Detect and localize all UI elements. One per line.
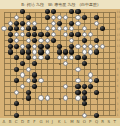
game-info-header: B: 柯洁 九段W: 唐韦星 九段(白中盘胜) [0, 0, 120, 9]
hoshi-point [59, 63, 61, 65]
hoshi-point [22, 98, 24, 100]
column-letter-label: G [40, 119, 43, 125]
black-stone [75, 90, 80, 95]
black-stone [8, 26, 13, 31]
column-letter-label: N [77, 119, 80, 125]
white-stone [75, 95, 80, 100]
black-stone [8, 44, 13, 49]
white-stone [26, 38, 31, 43]
black-stone [32, 72, 37, 77]
black-stone [14, 55, 19, 60]
row-number-label: 15 [117, 33, 121, 37]
white-stone [26, 67, 31, 72]
white-stone [38, 95, 43, 100]
row-number-label: 6 [117, 84, 119, 88]
white-stone [88, 78, 93, 83]
white-stone [20, 26, 25, 31]
white-stone [94, 21, 99, 26]
row-number-label: 12 [117, 50, 121, 54]
column-letter-label: O [83, 119, 86, 125]
white-player-info: W: 唐韦星 九段 [48, 2, 76, 7]
white-stone [14, 90, 19, 95]
white-stone [20, 32, 25, 37]
white-stone [51, 15, 56, 20]
white-stone [51, 26, 56, 31]
black-stone [82, 101, 87, 106]
black-stone [69, 21, 74, 26]
white-stone [63, 26, 68, 31]
black-stone [82, 90, 87, 95]
black-stone [32, 26, 37, 31]
white-stone [63, 55, 68, 60]
black-stone [8, 38, 13, 43]
white-stone [100, 44, 105, 49]
black-stone [69, 49, 74, 54]
black-stone [75, 32, 80, 37]
row-number-label: 8 [117, 73, 119, 77]
black-stone [82, 15, 87, 20]
row-number-label: 17 [117, 21, 121, 25]
white-stone [75, 67, 80, 72]
black-stone [75, 9, 80, 14]
column-letter-label: K [58, 119, 61, 125]
grid-line-horizontal [4, 40, 116, 41]
hoshi-point [96, 63, 98, 65]
white-stone [69, 55, 74, 60]
black-stone [14, 44, 19, 49]
white-stone [8, 21, 13, 26]
white-stone [26, 78, 31, 83]
white-stone [69, 38, 74, 43]
white-stone [82, 49, 87, 54]
black-stone [82, 61, 87, 66]
white-stone [51, 32, 56, 37]
white-stone [75, 44, 80, 49]
black-stone [94, 38, 99, 43]
black-stone [14, 26, 19, 31]
black-stone [26, 15, 31, 20]
white-stone [32, 55, 37, 60]
black-stone [51, 9, 56, 14]
row-number-label: 14 [117, 38, 121, 42]
white-stone [57, 15, 62, 20]
black-stone [94, 90, 99, 95]
black-stone [26, 44, 31, 49]
black-stone [88, 84, 93, 89]
black-stone [63, 49, 68, 54]
grid-line-horizontal [4, 69, 116, 70]
black-stone [8, 32, 13, 37]
black-stone [94, 15, 99, 20]
black-stone [38, 44, 43, 49]
black-stone [45, 15, 50, 20]
white-stone [38, 55, 43, 60]
row-number-label: 16 [117, 27, 121, 31]
row-number-label: 9 [117, 67, 119, 71]
black-stone [45, 44, 50, 49]
white-stone [45, 38, 50, 43]
column-letter-label: C [15, 119, 18, 125]
white-stone [38, 78, 43, 83]
black-stone [45, 32, 50, 37]
go-board[interactable]: 19181716151413121110987654321 [0, 9, 120, 118]
white-stone [63, 84, 68, 89]
row-number-label: 4 [117, 96, 119, 100]
column-letter-label: E [27, 119, 30, 125]
white-stone [88, 72, 93, 77]
black-stone [26, 26, 31, 31]
row-number-label: 2 [117, 108, 119, 112]
white-stone [57, 26, 62, 31]
black-stone [82, 95, 87, 100]
white-stone [14, 38, 19, 43]
row-number-label: 1 [117, 113, 119, 117]
white-stone [82, 44, 87, 49]
grid-line-horizontal [4, 115, 116, 116]
column-letter-label: F [33, 119, 35, 125]
black-stone [69, 32, 74, 37]
column-letter-label: T [114, 119, 116, 125]
white-stone [82, 32, 87, 37]
column-letter-label: A [3, 119, 6, 125]
white-stone [63, 32, 68, 37]
row-number-label: 7 [117, 79, 119, 83]
black-stone [26, 49, 31, 54]
black-stone [26, 95, 31, 100]
hoshi-point [59, 98, 61, 100]
black-stone [32, 78, 37, 83]
black-stone [75, 84, 80, 89]
black-stone [69, 9, 74, 14]
black-stone [14, 21, 19, 26]
white-stone [45, 95, 50, 100]
row-number-label: 18 [117, 15, 121, 19]
black-player-info: B: 柯洁 九段 [21, 2, 44, 7]
black-stone [57, 21, 62, 26]
white-stone [20, 72, 25, 77]
black-stone [14, 78, 19, 83]
white-stone [45, 49, 50, 54]
black-stone [26, 55, 31, 60]
black-stone [94, 78, 99, 83]
black-stone [8, 49, 13, 54]
white-stone [88, 32, 93, 37]
white-stone [88, 44, 93, 49]
black-stone [57, 49, 62, 54]
black-stone [51, 38, 56, 43]
white-stone [51, 21, 56, 26]
black-stone [82, 55, 87, 60]
black-stone [45, 9, 50, 14]
grid-line-horizontal [4, 81, 116, 82]
column-letter-label: D [21, 119, 24, 125]
white-stone [20, 84, 25, 89]
white-stone [57, 55, 62, 60]
black-stone [45, 55, 50, 60]
row-number-label: 13 [117, 44, 121, 48]
black-stone [20, 9, 25, 14]
column-letter-label: J [52, 119, 53, 125]
column-letter-label: B [9, 119, 12, 125]
column-letter-label: R [101, 119, 104, 125]
white-stone [63, 15, 68, 20]
black-stone [32, 61, 37, 66]
white-stone [14, 15, 19, 20]
row-number-label: 10 [117, 61, 121, 65]
black-stone [69, 44, 74, 49]
column-letter-label: H [46, 119, 49, 125]
black-stone [82, 38, 87, 43]
black-stone [38, 49, 43, 54]
black-stone [75, 55, 80, 60]
white-stone [32, 44, 37, 49]
column-labels-row: ABCDEFGHJKLMNOPQRST [0, 118, 120, 126]
row-number-label: 19 [117, 10, 121, 14]
white-stone [94, 44, 99, 49]
grid-line-horizontal [4, 104, 116, 105]
row-number-label: 11 [117, 56, 121, 60]
black-stone [38, 32, 43, 37]
white-stone [75, 15, 80, 20]
white-stone [69, 26, 74, 31]
white-stone [82, 26, 87, 31]
black-stone [20, 61, 25, 66]
column-letter-label: M [70, 119, 73, 125]
column-letter-label: S [107, 119, 110, 125]
go-diagram-screen: B: 柯洁 九段W: 唐韦星 九段(白中盘胜) 1918171615141312… [0, 0, 120, 126]
white-stone [32, 49, 37, 54]
white-stone [63, 61, 68, 66]
column-letter-label: P [89, 119, 91, 125]
black-stone [100, 26, 105, 31]
white-stone [75, 21, 80, 26]
white-stone [75, 78, 80, 83]
row-number-label: 3 [117, 102, 119, 106]
black-stone [26, 90, 31, 95]
grid-line-horizontal [4, 110, 116, 111]
black-stone [32, 84, 37, 89]
white-stone [38, 38, 43, 43]
grid-line-horizontal [4, 92, 116, 93]
white-stone [1, 26, 6, 31]
row-number-label: 5 [117, 90, 119, 94]
black-stone [94, 49, 99, 54]
black-stone [32, 32, 37, 37]
white-stone [14, 32, 19, 37]
white-stone [20, 44, 25, 49]
column-letter-label: Q [95, 119, 98, 125]
black-stone [14, 67, 19, 72]
white-stone [45, 26, 50, 31]
hoshi-point [96, 98, 98, 100]
black-stone [26, 32, 31, 37]
white-stone [26, 21, 31, 26]
black-stone [82, 84, 87, 89]
black-stone [57, 44, 62, 49]
black-stone [20, 49, 25, 54]
black-stone [14, 101, 19, 106]
game-result: (白中盘胜) [80, 2, 99, 7]
column-letter-label: L [64, 119, 66, 125]
white-stone [32, 21, 37, 26]
black-stone [20, 21, 25, 26]
black-stone [32, 38, 37, 43]
white-stone [63, 95, 68, 100]
white-stone [88, 49, 93, 54]
